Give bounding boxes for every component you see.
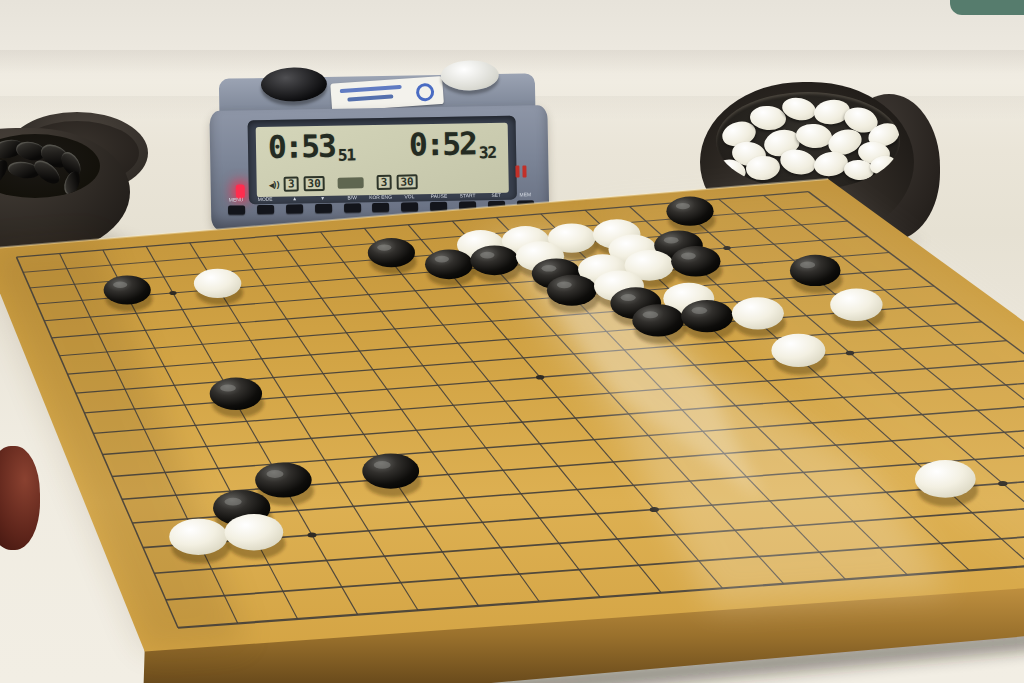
star-point: [308, 533, 317, 538]
clock-key: VOL: [396, 193, 424, 223]
right-byoyomi: 30: [396, 174, 418, 189]
star-point: [846, 351, 854, 356]
clock-keys: MENUMODE▲▼B/WKOR ENGVOLPAUSESTARTSETMEM: [223, 191, 539, 227]
sticker-text-line: [347, 94, 393, 101]
black-stone: [104, 275, 151, 304]
clock-key: ▲: [281, 195, 309, 225]
left-periods: 3: [284, 176, 299, 191]
clock-key-label: ▼: [321, 195, 326, 201]
clock-key: MEM: [512, 191, 540, 221]
left-player-time: 0:5351: [268, 130, 356, 168]
display-bezel: 0:5351 0:5232 ◀)) 3 30 3 30: [248, 116, 517, 205]
star-point: [998, 481, 1007, 486]
star-point: [169, 291, 176, 295]
black-stone: [425, 249, 473, 279]
black-stone: [632, 304, 684, 336]
left-byoyomi: 30: [303, 176, 325, 191]
board-shadow: [143, 602, 1024, 683]
white-stone: [625, 250, 674, 281]
white-stone: [663, 283, 714, 315]
black-clock-button: [261, 67, 328, 102]
star-point: [444, 269, 451, 273]
clock-key-label: MODE: [258, 196, 273, 203]
white-stone: [578, 254, 627, 284]
mode-badge: [338, 177, 364, 188]
black-stone: [681, 300, 733, 332]
clock-key: START: [454, 192, 482, 222]
clock-key-label: START: [460, 193, 476, 200]
white-stone: [830, 289, 882, 321]
white-stone: [593, 219, 641, 249]
sticker-logo-icon: [415, 83, 434, 102]
star-point: [231, 399, 239, 404]
clock-key: MENU: [223, 196, 251, 226]
white-stone: [609, 235, 657, 265]
photo-stage: 0:5351 0:5232 ◀)) 3 30 3 30 MENUMODE▲▼B/…: [0, 0, 1024, 683]
right-periods: 3: [377, 175, 392, 190]
black-stone: [470, 245, 518, 275]
right-player-time: 0:5232: [409, 128, 497, 166]
foreground-wooden-object: [0, 446, 40, 550]
speaker-icon: ◀)): [269, 179, 279, 189]
white-stone: [194, 269, 241, 298]
white-stone: [502, 226, 549, 255]
star-points: [169, 246, 1007, 538]
clock-key-label: PAUSE: [430, 193, 447, 200]
clock-key-label: KOR ENG: [369, 194, 392, 201]
star-point: [650, 507, 659, 512]
black-stone: [255, 463, 312, 498]
white-stone: [457, 230, 504, 259]
white-stone: [548, 223, 596, 252]
clock-key: ▼: [310, 195, 338, 225]
game-clock: 0:5351 0:5232 ◀)) 3 30 3 30 MENUMODE▲▼B/…: [209, 59, 550, 231]
clock-key: SET: [483, 192, 511, 222]
right-player-seconds: 32: [479, 143, 497, 162]
board-rim: [143, 562, 1024, 683]
white-stone: [594, 271, 644, 302]
clock-key-label: ▲: [292, 196, 297, 202]
clock-body: 0:5351 0:5232 ◀)) 3 30 3 30 MENUMODE▲▼B/…: [209, 105, 549, 231]
lcd-display: 0:5351 0:5232 ◀)) 3 30 3 30: [256, 123, 509, 197]
clock-key-label: SET: [492, 192, 502, 198]
clock-key-label: MENU: [229, 197, 244, 204]
white-stone: [516, 241, 564, 271]
black-stone: [213, 490, 270, 526]
sticker-text-line: [340, 85, 402, 93]
clock-key-label: B/W: [347, 195, 356, 201]
black-stone-in-bowl: [0, 156, 12, 192]
white-stone: [225, 514, 284, 550]
black-stone: [368, 238, 415, 267]
black-stone: [362, 454, 419, 489]
white-clock-button: [441, 60, 500, 91]
white-stone: [169, 519, 227, 555]
white-stone: [771, 334, 825, 367]
clock-key: B/W: [338, 194, 366, 224]
white-stone: [915, 460, 976, 498]
left-player-seconds: 51: [338, 145, 356, 164]
white-stone-heap: [716, 92, 900, 190]
black-stone: [610, 287, 661, 319]
black-stone: [654, 230, 703, 260]
black-stone: [532, 258, 581, 288]
clock-key-label: VOL: [405, 194, 415, 200]
clock-key-label: MEM: [519, 192, 531, 199]
background-object: [950, 0, 1024, 15]
clock-key: PAUSE: [425, 193, 453, 223]
glare: [519, 253, 764, 501]
clock-key: MODE: [252, 196, 280, 226]
star-point: [536, 375, 544, 380]
black-stone: [547, 275, 597, 306]
black-stone: [210, 377, 262, 410]
glare: [479, 228, 949, 607]
white-stone: [732, 297, 784, 329]
pause-indicator-icon: [515, 165, 526, 177]
clock-key: KOR ENG: [367, 194, 395, 224]
